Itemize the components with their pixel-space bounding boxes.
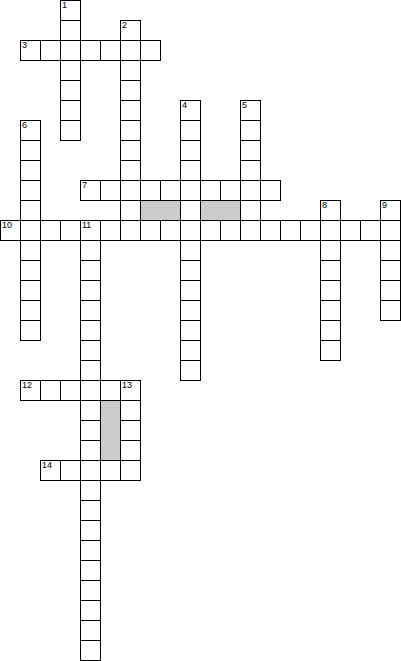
cell-r5c12[interactable] (240, 100, 261, 121)
cell-r11c13[interactable] (260, 220, 281, 241)
cell-r12c9[interactable] (180, 240, 201, 261)
cell-r14c19[interactable] (380, 280, 401, 301)
cell-r25c4[interactable] (80, 500, 101, 521)
cell-r26c4[interactable] (80, 520, 101, 541)
cell-r9c5[interactable] (100, 180, 121, 201)
cell-r27c4[interactable] (80, 540, 101, 561)
cell-r19c6[interactable] (120, 380, 141, 401)
cell-r13c9[interactable] (180, 260, 201, 281)
cell-r16c16[interactable] (320, 320, 341, 341)
cell-r13c1[interactable] (20, 260, 41, 281)
cell-r11c1[interactable] (20, 220, 41, 241)
cell-r4c6[interactable] (120, 80, 141, 101)
cell-r5c6[interactable] (120, 100, 141, 121)
cell-r17c4[interactable] (80, 340, 101, 361)
cell-r6c9[interactable] (180, 120, 201, 141)
cell-r11c8[interactable] (160, 220, 181, 241)
cell-r11c17[interactable] (340, 220, 361, 241)
cell-r15c4[interactable] (80, 300, 101, 321)
cell-r23c3[interactable] (60, 460, 81, 481)
cell-r2c4[interactable] (80, 40, 101, 61)
cell-r1c3[interactable] (60, 20, 81, 41)
cell-r10c9[interactable] (180, 200, 201, 221)
cell-r31c4[interactable] (80, 620, 101, 641)
cell-r3c3[interactable] (60, 60, 81, 81)
cell-r19c2[interactable] (40, 380, 61, 401)
cell-r6c3[interactable] (60, 120, 81, 141)
cell-r22c6[interactable] (120, 440, 141, 461)
cell-r11c15[interactable] (300, 220, 321, 241)
cell-r9c6[interactable] (120, 180, 141, 201)
cell-r9c4[interactable] (80, 180, 101, 201)
cell-r15c19[interactable] (380, 300, 401, 321)
cell-r11c18[interactable] (360, 220, 381, 241)
cell-r32c4[interactable] (80, 640, 101, 661)
cell-r21c4[interactable] (80, 420, 101, 441)
cell-r2c5[interactable] (100, 40, 121, 61)
cell-r8c6[interactable] (120, 160, 141, 181)
cell-r23c6[interactable] (120, 460, 141, 481)
cell-r14c9[interactable] (180, 280, 201, 301)
cell-r19c1[interactable] (20, 380, 41, 401)
cell-r23c4[interactable] (80, 460, 101, 481)
cell-r11c9[interactable] (180, 220, 201, 241)
cell-r29c4[interactable] (80, 580, 101, 601)
cell-r2c2[interactable] (40, 40, 61, 61)
cell-r16c9[interactable] (180, 320, 201, 341)
cell-r9c8[interactable] (160, 180, 181, 201)
cell-r2c3[interactable] (60, 40, 81, 61)
cell-r7c12[interactable] (240, 140, 261, 161)
cell-r11c16[interactable] (320, 220, 341, 241)
cell-r17c16[interactable] (320, 340, 341, 361)
cell-r13c19[interactable] (380, 260, 401, 281)
cell-r12c4[interactable] (80, 240, 101, 261)
cell-r8c1[interactable] (20, 160, 41, 181)
cell-r13c4[interactable] (80, 260, 101, 281)
shaded-block (100, 400, 121, 461)
cell-r11c12[interactable] (240, 220, 261, 241)
cell-r11c4[interactable] (80, 220, 101, 241)
cell-r21c6[interactable] (120, 420, 141, 441)
cell-r7c1[interactable] (20, 140, 41, 161)
cell-r23c2[interactable] (40, 460, 61, 481)
cell-r18c9[interactable] (180, 360, 201, 381)
cell-r15c16[interactable] (320, 300, 341, 321)
cell-r18c4[interactable] (80, 360, 101, 381)
cell-r30c4[interactable] (80, 600, 101, 621)
cell-r9c1[interactable] (20, 180, 41, 201)
cell-r9c7[interactable] (140, 180, 161, 201)
cell-r11c2[interactable] (40, 220, 61, 241)
cell-r6c6[interactable] (120, 120, 141, 141)
cell-r9c11[interactable] (220, 180, 241, 201)
cell-r14c1[interactable] (20, 280, 41, 301)
cell-r12c16[interactable] (320, 240, 341, 261)
cell-r11c6[interactable] (120, 220, 141, 241)
cell-r19c5[interactable] (100, 380, 121, 401)
cell-r13c16[interactable] (320, 260, 341, 281)
cell-r10c1[interactable] (20, 200, 41, 221)
cell-r9c13[interactable] (260, 180, 281, 201)
cell-r0c3[interactable] (60, 0, 81, 21)
cell-r5c3[interactable] (60, 100, 81, 121)
cell-r22c4[interactable] (80, 440, 101, 461)
cell-r10c16[interactable] (320, 200, 341, 221)
cell-r6c1[interactable] (20, 120, 41, 141)
cell-r16c1[interactable] (20, 320, 41, 341)
cell-r2c1[interactable] (20, 40, 41, 61)
cell-r12c1[interactable] (20, 240, 41, 261)
cell-r15c9[interactable] (180, 300, 201, 321)
cell-r6c12[interactable] (240, 120, 261, 141)
cell-r11c7[interactable] (140, 220, 161, 241)
cell-r9c9[interactable] (180, 180, 201, 201)
shaded-block (200, 200, 241, 221)
cell-r1c6[interactable] (120, 20, 141, 41)
cell-r12c19[interactable] (380, 240, 401, 261)
cell-r11c10[interactable] (200, 220, 221, 241)
crossword-board: 1234567891011121314 (0, 0, 401, 661)
cell-r7c9[interactable] (180, 140, 201, 161)
shaded-block (140, 200, 181, 221)
cell-r11c14[interactable] (280, 220, 301, 241)
cell-r4c3[interactable] (60, 80, 81, 101)
cell-r2c6[interactable] (120, 40, 141, 61)
cell-r7c6[interactable] (120, 140, 141, 161)
cell-r11c11[interactable] (220, 220, 241, 241)
cell-r9c12[interactable] (240, 180, 261, 201)
cell-r20c6[interactable] (120, 400, 141, 421)
cell-r3c6[interactable] (120, 60, 141, 81)
cell-r17c9[interactable] (180, 340, 201, 361)
cell-r10c12[interactable] (240, 200, 261, 221)
cell-r9c10[interactable] (200, 180, 221, 201)
cell-r14c16[interactable] (320, 280, 341, 301)
cell-r11c3[interactable] (60, 220, 81, 241)
cell-r10c6[interactable] (120, 200, 141, 221)
cell-r11c0[interactable] (0, 220, 21, 241)
cell-r15c1[interactable] (20, 300, 41, 321)
cell-r19c4[interactable] (80, 380, 101, 401)
cell-r8c9[interactable] (180, 160, 201, 181)
cell-r5c9[interactable] (180, 100, 201, 121)
cell-r23c5[interactable] (100, 460, 121, 481)
cell-r8c12[interactable] (240, 160, 261, 181)
cell-r28c4[interactable] (80, 560, 101, 581)
cell-r24c4[interactable] (80, 480, 101, 501)
cell-r14c4[interactable] (80, 280, 101, 301)
cell-r16c4[interactable] (80, 320, 101, 341)
cell-r10c19[interactable] (380, 200, 401, 221)
cell-r2c7[interactable] (140, 40, 161, 61)
cell-r11c5[interactable] (100, 220, 121, 241)
cell-r20c4[interactable] (80, 400, 101, 421)
cell-r11c19[interactable] (380, 220, 401, 241)
cell-r19c3[interactable] (60, 380, 81, 401)
